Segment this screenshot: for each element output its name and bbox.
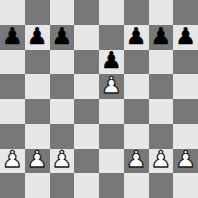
square-c3[interactable] <box>50 124 75 149</box>
square-c4[interactable] <box>50 99 75 124</box>
square-d8[interactable] <box>74 0 99 25</box>
square-d2[interactable] <box>74 149 99 174</box>
square-f8[interactable] <box>124 0 149 25</box>
black-pawn: ♟ <box>175 25 196 48</box>
square-f2[interactable]: ♟ <box>124 149 149 174</box>
square-d1[interactable] <box>74 173 99 198</box>
black-pawn: ♟ <box>101 49 122 72</box>
white-pawn: ♟ <box>52 148 73 171</box>
square-b6[interactable] <box>25 50 50 75</box>
square-d6[interactable] <box>74 50 99 75</box>
square-a8[interactable] <box>0 0 25 25</box>
square-b2[interactable]: ♟ <box>25 149 50 174</box>
square-h4[interactable] <box>173 99 198 124</box>
square-a1[interactable] <box>0 173 25 198</box>
square-f5[interactable] <box>124 74 149 99</box>
square-c1[interactable] <box>50 173 75 198</box>
square-e7[interactable] <box>99 25 124 50</box>
white-pawn: ♟ <box>27 148 48 171</box>
square-a4[interactable] <box>0 99 25 124</box>
square-e8[interactable] <box>99 0 124 25</box>
white-pawn: ♟ <box>175 148 196 171</box>
white-pawn: ♟ <box>101 74 122 97</box>
square-g4[interactable] <box>149 99 174 124</box>
square-h5[interactable] <box>173 74 198 99</box>
square-d4[interactable] <box>74 99 99 124</box>
square-e2[interactable] <box>99 149 124 174</box>
black-pawn: ♟ <box>151 25 172 48</box>
square-b3[interactable] <box>25 124 50 149</box>
square-h1[interactable] <box>173 173 198 198</box>
square-g1[interactable] <box>149 173 174 198</box>
square-b1[interactable] <box>25 173 50 198</box>
square-f1[interactable] <box>124 173 149 198</box>
square-d7[interactable] <box>74 25 99 50</box>
square-g8[interactable] <box>149 0 174 25</box>
square-e1[interactable] <box>99 173 124 198</box>
square-d3[interactable] <box>74 124 99 149</box>
square-f3[interactable] <box>124 124 149 149</box>
square-b7[interactable]: ♟ <box>25 25 50 50</box>
square-a7[interactable]: ♟ <box>0 25 25 50</box>
square-e3[interactable] <box>99 124 124 149</box>
square-h3[interactable] <box>173 124 198 149</box>
square-c7[interactable]: ♟ <box>50 25 75 50</box>
square-e4[interactable] <box>99 99 124 124</box>
square-h8[interactable] <box>173 0 198 25</box>
square-a2[interactable]: ♟ <box>0 149 25 174</box>
square-d5[interactable] <box>74 74 99 99</box>
square-f6[interactable] <box>124 50 149 75</box>
square-b8[interactable] <box>25 0 50 25</box>
square-b5[interactable] <box>25 74 50 99</box>
square-e6[interactable]: ♟ <box>99 50 124 75</box>
square-g2[interactable]: ♟ <box>149 149 174 174</box>
square-c2[interactable]: ♟ <box>50 149 75 174</box>
square-h7[interactable]: ♟ <box>173 25 198 50</box>
square-a6[interactable] <box>0 50 25 75</box>
square-b4[interactable] <box>25 99 50 124</box>
square-c8[interactable] <box>50 0 75 25</box>
black-pawn: ♟ <box>126 25 147 48</box>
black-pawn: ♟ <box>52 25 73 48</box>
square-c6[interactable] <box>50 50 75 75</box>
square-e5[interactable]: ♟ <box>99 74 124 99</box>
square-a5[interactable] <box>0 74 25 99</box>
square-g5[interactable] <box>149 74 174 99</box>
chess-board: ♟♟♟♟♟♟♟♟♟♟♟♟♟♟ <box>0 0 198 198</box>
square-c5[interactable] <box>50 74 75 99</box>
white-pawn: ♟ <box>151 148 172 171</box>
square-h2[interactable]: ♟ <box>173 149 198 174</box>
square-g3[interactable] <box>149 124 174 149</box>
black-pawn: ♟ <box>2 25 23 48</box>
white-pawn: ♟ <box>126 148 147 171</box>
square-a3[interactable] <box>0 124 25 149</box>
square-f4[interactable] <box>124 99 149 124</box>
square-g7[interactable]: ♟ <box>149 25 174 50</box>
square-g6[interactable] <box>149 50 174 75</box>
white-pawn: ♟ <box>2 148 23 171</box>
square-f7[interactable]: ♟ <box>124 25 149 50</box>
square-h6[interactable] <box>173 50 198 75</box>
black-pawn: ♟ <box>27 25 48 48</box>
